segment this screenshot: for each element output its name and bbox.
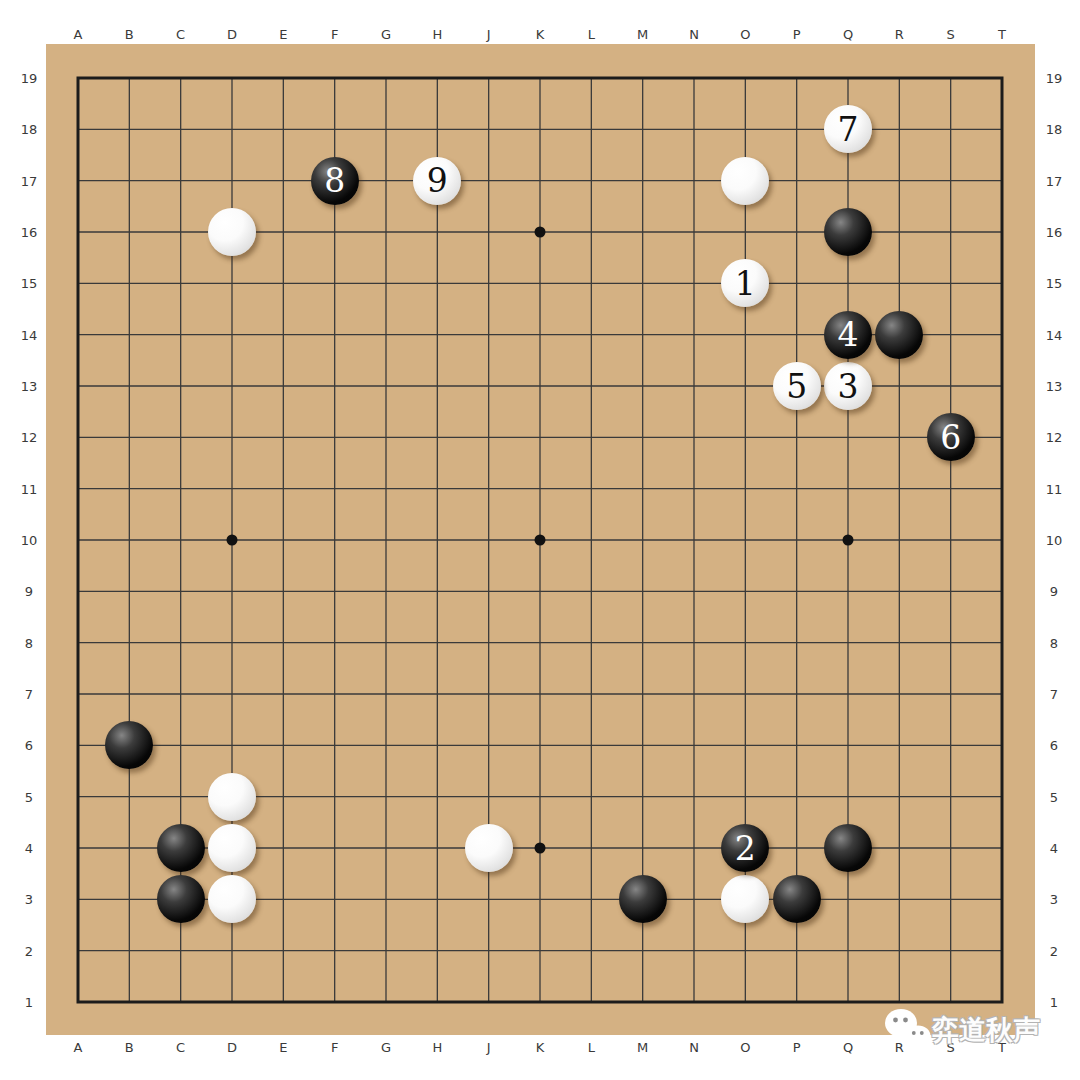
move-7-stone-white-Q18[interactable]: 7	[824, 105, 872, 153]
col-label-top-Q: Q	[843, 27, 853, 42]
stone-white-D4[interactable]	[208, 824, 256, 872]
row-label-right-11: 11	[1046, 481, 1063, 496]
row-label-right-17: 17	[1046, 173, 1063, 188]
col-label-top-K: K	[536, 27, 545, 42]
stone-black-Q16[interactable]	[824, 208, 872, 256]
stone-black-R14[interactable]	[875, 311, 923, 359]
col-label-top-B: B	[125, 27, 134, 42]
row-label-right-6: 6	[1050, 738, 1058, 753]
col-label-top-T: T	[998, 27, 1006, 42]
move-5-stone-white-P13[interactable]: 5	[773, 362, 821, 410]
col-label-top-O: O	[740, 27, 750, 42]
col-label-top-J: J	[487, 27, 491, 42]
move-number: 6	[940, 421, 961, 454]
row-label-left-3: 3	[25, 892, 33, 907]
row-label-left-12: 12	[21, 430, 38, 445]
col-label-bottom-O: O	[740, 1040, 750, 1055]
watermark-text: 弈道秋声	[932, 1012, 1040, 1048]
row-label-right-12: 12	[1046, 430, 1063, 445]
row-label-left-18: 18	[21, 122, 38, 137]
col-label-top-F: F	[331, 27, 338, 42]
stone-black-B6[interactable]	[105, 721, 153, 769]
col-label-bottom-C: C	[176, 1040, 185, 1055]
stone-black-Q4[interactable]	[824, 824, 872, 872]
row-label-left-15: 15	[21, 276, 38, 291]
col-label-top-D: D	[227, 27, 237, 42]
col-label-bottom-J: J	[487, 1040, 491, 1055]
row-label-left-11: 11	[21, 481, 38, 496]
row-label-right-14: 14	[1046, 327, 1063, 342]
row-label-left-2: 2	[25, 943, 33, 958]
row-label-left-8: 8	[25, 635, 33, 650]
move-4-stone-black-Q14[interactable]: 4	[824, 311, 872, 359]
col-label-top-H: H	[432, 27, 442, 42]
row-label-right-2: 2	[1050, 943, 1058, 958]
col-label-top-G: G	[381, 27, 391, 42]
row-label-left-16: 16	[21, 225, 38, 240]
row-label-right-9: 9	[1050, 584, 1058, 599]
stone-white-D16[interactable]	[208, 208, 256, 256]
row-label-left-13: 13	[21, 379, 38, 394]
col-label-bottom-N: N	[689, 1040, 699, 1055]
row-label-right-13: 13	[1046, 379, 1063, 394]
col-label-bottom-A: A	[74, 1040, 83, 1055]
col-label-bottom-G: G	[381, 1040, 391, 1055]
row-label-left-1: 1	[25, 995, 33, 1010]
col-label-bottom-H: H	[432, 1040, 442, 1055]
col-label-bottom-D: D	[227, 1040, 237, 1055]
move-number: 2	[735, 832, 756, 865]
move-8-stone-black-F17[interactable]: 8	[311, 157, 359, 205]
move-number: 1	[735, 267, 756, 300]
col-label-top-E: E	[279, 27, 287, 42]
row-label-right-16: 16	[1046, 225, 1063, 240]
col-label-bottom-K: K	[536, 1040, 545, 1055]
move-number: 8	[324, 164, 345, 197]
move-2-stone-black-O4[interactable]: 2	[721, 824, 769, 872]
move-number: 4	[838, 318, 859, 351]
stone-white-O17[interactable]	[721, 157, 769, 205]
row-label-right-5: 5	[1050, 789, 1058, 804]
row-label-left-17: 17	[21, 173, 38, 188]
row-label-right-8: 8	[1050, 635, 1058, 650]
move-9-stone-white-H17[interactable]: 9	[413, 157, 461, 205]
row-label-right-7: 7	[1050, 687, 1058, 702]
col-label-top-C: C	[176, 27, 185, 42]
col-label-top-P: P	[793, 27, 801, 42]
row-label-left-14: 14	[21, 327, 38, 342]
move-3-stone-white-Q13[interactable]: 3	[824, 362, 872, 410]
stone-white-D5[interactable]	[208, 773, 256, 821]
move-number: 9	[427, 164, 448, 197]
stone-black-P3[interactable]	[773, 875, 821, 923]
col-label-bottom-Q: Q	[843, 1040, 853, 1055]
row-label-left-6: 6	[25, 738, 33, 753]
row-label-right-3: 3	[1050, 892, 1058, 907]
move-6-stone-black-S12[interactable]: 6	[927, 413, 975, 461]
watermark: 弈道秋声	[884, 1002, 1080, 1058]
col-label-bottom-F: F	[331, 1040, 338, 1055]
col-label-bottom-B: B	[125, 1040, 134, 1055]
stone-black-C3[interactable]	[157, 875, 205, 923]
row-label-left-5: 5	[25, 789, 33, 804]
row-label-left-10: 10	[21, 533, 38, 548]
wechat-icon	[884, 1008, 932, 1052]
row-label-right-19: 19	[1046, 71, 1063, 86]
move-number: 3	[838, 370, 859, 403]
row-label-right-4: 4	[1050, 841, 1058, 856]
stone-white-D3[interactable]	[208, 875, 256, 923]
move-number: 7	[838, 113, 859, 146]
stone-black-M3[interactable]	[619, 875, 667, 923]
col-label-top-M: M	[637, 27, 648, 42]
row-label-right-18: 18	[1046, 122, 1063, 137]
col-label-bottom-M: M	[637, 1040, 648, 1055]
move-number: 5	[786, 370, 807, 403]
row-label-left-9: 9	[25, 584, 33, 599]
col-label-top-N: N	[689, 27, 699, 42]
col-label-bottom-L: L	[588, 1040, 595, 1055]
row-label-right-10: 10	[1046, 533, 1063, 548]
row-label-left-7: 7	[25, 687, 33, 702]
col-label-top-L: L	[588, 27, 595, 42]
move-1-stone-white-O15[interactable]: 1	[721, 259, 769, 307]
col-label-bottom-P: P	[793, 1040, 801, 1055]
col-label-top-S: S	[947, 27, 955, 42]
col-label-bottom-E: E	[279, 1040, 287, 1055]
row-label-right-15: 15	[1046, 276, 1063, 291]
stone-white-J4[interactable]	[465, 824, 513, 872]
stone-black-C4[interactable]	[157, 824, 205, 872]
go-diagram-page: AABBCCDDEEFFGGHHJJKKLLMMNNOOPPQQRRSSTT19…	[0, 0, 1080, 1080]
stone-white-O3[interactable]	[721, 875, 769, 923]
row-label-left-4: 4	[25, 841, 33, 856]
row-label-left-19: 19	[21, 71, 38, 86]
col-label-top-A: A	[74, 27, 83, 42]
col-label-top-R: R	[895, 27, 904, 42]
